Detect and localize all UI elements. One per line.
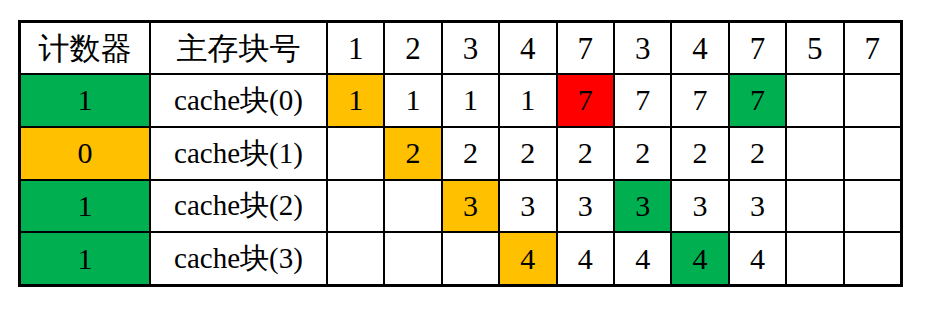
- grid-cell-r3-c3: 4: [500, 233, 555, 284]
- grid-cell-r1-c1: 2: [385, 128, 440, 179]
- grid-cell-r1-c5: 2: [615, 128, 670, 179]
- grid-cell-r3-c8: [787, 233, 842, 284]
- header-access-6: 4: [672, 23, 727, 73]
- grid-cell-r3-c2: [443, 233, 498, 284]
- grid-cell-r2-c3: 3: [500, 181, 555, 232]
- header-access-7: 7: [730, 23, 785, 73]
- counter-cell-3: 1: [21, 233, 149, 284]
- header-access-0: 1: [328, 23, 383, 73]
- header-access-2: 3: [443, 23, 498, 73]
- header-access-1: 2: [385, 23, 440, 73]
- grid-cell-r2-c9: [845, 181, 900, 232]
- cache-simulation-table: 计数器主存块号12347347571cache块(0)111177770cach…: [18, 20, 903, 287]
- counter-cell-2: 1: [21, 181, 149, 232]
- grid-cell-r3-c0: [328, 233, 383, 284]
- grid-cell-r2-c4: 3: [558, 181, 613, 232]
- grid-cell-r2-c8: [787, 181, 842, 232]
- grid-cell-r3-c1: [385, 233, 440, 284]
- header-access-9: 7: [845, 23, 900, 73]
- row-label-1: cache块(1): [151, 128, 326, 179]
- grid-cell-r3-c6: 4: [672, 233, 727, 284]
- counter-cell-1: 0: [21, 128, 149, 179]
- grid-cell-r1-c8: [787, 128, 842, 179]
- grid-cell-r1-c4: 2: [558, 128, 613, 179]
- grid-cell-r3-c4: 4: [558, 233, 613, 284]
- header-access-3: 4: [500, 23, 555, 73]
- grid-cell-r2-c7: 3: [730, 181, 785, 232]
- grid-cell-r0-c7: 7: [730, 75, 785, 126]
- row-label-0: cache块(0): [151, 75, 326, 126]
- grid-cell-r2-c5: 3: [615, 181, 670, 232]
- grid-cell-r0-c6: 7: [672, 75, 727, 126]
- grid-cell-r0-c3: 1: [500, 75, 555, 126]
- grid-cell-r1-c6: 2: [672, 128, 727, 179]
- cache-lru-diagram-page: 计数器主存块号12347347571cache块(0)111177770cach…: [0, 0, 948, 318]
- grid-cell-r0-c4: 7: [558, 75, 613, 126]
- grid-cell-r0-c5: 7: [615, 75, 670, 126]
- row-label-2: cache块(2): [151, 181, 326, 232]
- grid-cell-r2-c6: 3: [672, 181, 727, 232]
- grid-cell-r2-c0: [328, 181, 383, 232]
- header-block-label: 主存块号: [151, 23, 326, 73]
- grid-cell-r1-c7: 2: [730, 128, 785, 179]
- grid-cell-r3-c7: 4: [730, 233, 785, 284]
- grid-cell-r3-c9: [845, 233, 900, 284]
- grid-cell-r0-c8: [787, 75, 842, 126]
- counter-cell-0: 1: [21, 75, 149, 126]
- grid-cell-r0-c1: 1: [385, 75, 440, 126]
- grid-cell-r0-c0: 1: [328, 75, 383, 126]
- grid-cell-r1-c3: 2: [500, 128, 555, 179]
- grid-cell-r1-c2: 2: [443, 128, 498, 179]
- header-counter-label: 计数器: [21, 23, 149, 73]
- grid-cell-r3-c5: 4: [615, 233, 670, 284]
- grid-cell-r2-c1: [385, 181, 440, 232]
- grid-cell-r0-c9: [845, 75, 900, 126]
- grid-cell-r2-c2: 3: [443, 181, 498, 232]
- grid-cell-r1-c0: [328, 128, 383, 179]
- row-label-3: cache块(3): [151, 233, 326, 284]
- grid-cell-r0-c2: 1: [443, 75, 498, 126]
- header-access-8: 5: [787, 23, 842, 73]
- header-access-4: 7: [558, 23, 613, 73]
- header-access-5: 3: [615, 23, 670, 73]
- grid-cell-r1-c9: [845, 128, 900, 179]
